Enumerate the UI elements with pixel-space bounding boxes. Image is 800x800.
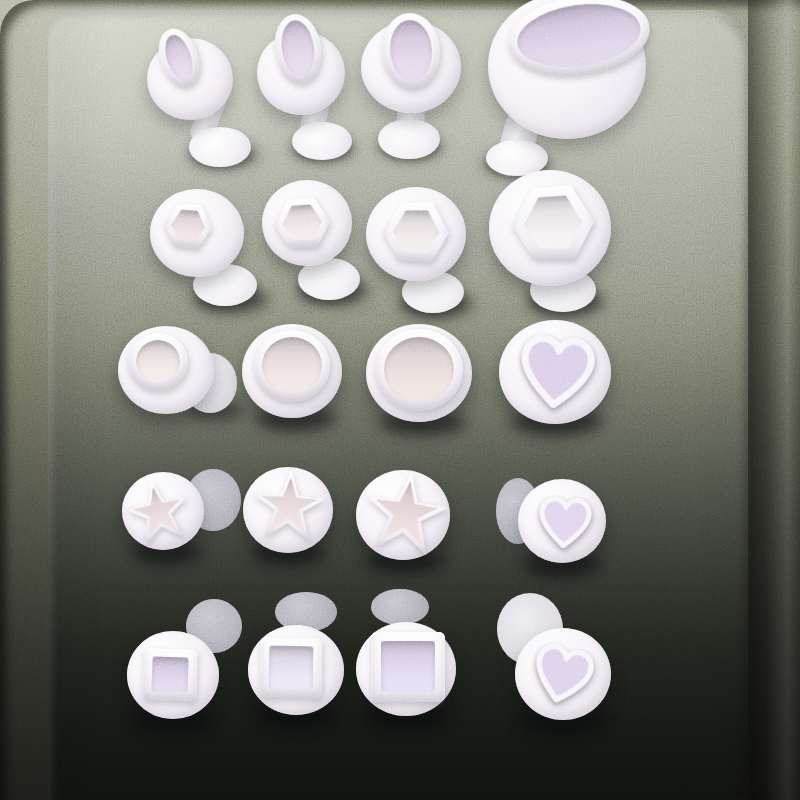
tube-cavity: [136, 340, 180, 383]
plunger-flange: [118, 326, 214, 414]
hexagon-tube: [162, 202, 214, 250]
plunger-foot: [402, 271, 464, 313]
cutter-set: [0, 0, 800, 800]
cast-shadow: [527, 288, 605, 316]
tube-rim: [259, 637, 322, 698]
plunger-flange: [518, 479, 606, 563]
hexagon-tube: [273, 197, 332, 250]
cutter-square-large: [0, 0, 800, 800]
plunger-flange: [366, 187, 466, 281]
plunger-flange: [243, 467, 333, 553]
photo-of-plunger-cutters: [0, 0, 800, 800]
star-tube: [359, 467, 453, 558]
cast-shadow: [132, 542, 202, 564]
tube-cavity: [384, 337, 454, 402]
plunger-stem: [187, 87, 229, 148]
square-tube: [142, 648, 198, 702]
tube-cavity: [260, 476, 318, 532]
tube-rim: [162, 202, 214, 250]
oval-tube: [152, 24, 207, 93]
tube-cavity: [523, 195, 582, 250]
plunger-flange: [248, 625, 344, 715]
tube-rim: [250, 468, 329, 543]
cast-shadow: [523, 553, 601, 577]
tube-cavity: [371, 477, 441, 545]
cast-shadow: [378, 135, 444, 159]
tube-cavity: [513, 0, 644, 74]
tube-cavity: [160, 31, 197, 83]
cutter-star-small: [0, 0, 800, 800]
plunger-foot: [298, 258, 360, 300]
tube-rim: [511, 185, 596, 262]
tube-rim: [382, 201, 450, 263]
hexagon-tube: [382, 201, 450, 263]
plunger-back-disc: [275, 592, 337, 632]
oval-tube: [379, 11, 442, 91]
plunger-flange: [122, 472, 204, 550]
plunger-foot: [530, 268, 596, 312]
cutter-hexagon-large: [0, 0, 800, 800]
cast-shadow: [521, 710, 605, 734]
plunger-flange: [488, 0, 646, 139]
cutter-square-medium: [0, 0, 800, 800]
plunger-flange: [150, 189, 244, 277]
tube-rim: [142, 648, 198, 702]
plunger-foot: [193, 264, 257, 306]
plunger-flange: [361, 21, 461, 113]
cutter-hexagon-medium: [0, 0, 800, 800]
tube-rim: [270, 11, 325, 87]
tube-cavity: [170, 209, 206, 243]
cast-shadow: [255, 704, 337, 728]
cast-shadow: [188, 400, 244, 420]
plunger-flange: [262, 180, 352, 266]
plunger-back-disc: [183, 353, 237, 413]
plunger-flange: [366, 324, 472, 422]
tube-cavity: [281, 204, 322, 242]
hexagon-tube: [511, 185, 596, 262]
heart-shape: [534, 492, 596, 550]
circle-tube: [375, 329, 463, 411]
cast-shadow: [188, 142, 260, 168]
tube-rim: [359, 467, 453, 558]
circle-tube: [128, 333, 188, 391]
plunger-flange: [356, 470, 450, 560]
cutter-oval-large: [0, 0, 800, 800]
plunger-flange: [499, 320, 611, 424]
tube-rim: [379, 11, 442, 91]
tube-rim: [120, 474, 195, 548]
cast-shadow: [133, 709, 213, 733]
tube-rim: [273, 197, 332, 250]
tube-cavity: [388, 18, 434, 82]
tube-cavity: [269, 645, 314, 689]
cast-shadow: [364, 549, 446, 573]
tube-rim: [371, 632, 445, 702]
cutter-hexagon-xlarge: [0, 0, 800, 800]
tube-cavity: [381, 641, 435, 692]
plunger-back-disc: [496, 478, 540, 544]
tube-cavity: [151, 656, 188, 692]
cutter-heart-large: [0, 0, 800, 800]
cast-shadow: [363, 705, 449, 729]
cutter-oval-xlarge: [0, 0, 800, 800]
plunger-flange: [147, 38, 233, 120]
oval-tube: [503, 0, 654, 85]
plunger-foot: [486, 140, 548, 176]
plunger-back-disc: [186, 599, 242, 653]
star-tube: [250, 468, 329, 543]
cutter-hexagon-small: [0, 0, 800, 800]
cutter-circle-small: [0, 0, 800, 800]
plunger-stem: [298, 81, 332, 140]
plunger-foot: [378, 119, 440, 159]
tube-cavity: [278, 18, 318, 79]
circle-tube: [254, 330, 330, 402]
tube-rim: [503, 0, 654, 85]
plunger-stem: [496, 109, 542, 166]
plunger-back-disc: [185, 469, 241, 531]
cutter-square-small: [0, 0, 800, 800]
cast-shadow: [482, 152, 552, 176]
cutter-heart-medium: [0, 0, 800, 800]
plunger-back-disc: [371, 589, 429, 625]
plunger-back-disc: [497, 593, 563, 665]
tube-cavity: [130, 483, 186, 539]
plunger-stem: [396, 80, 426, 139]
cast-shadow: [511, 409, 603, 435]
tube-rim: [152, 24, 207, 93]
heart-recess: [512, 328, 601, 412]
cast-shadow: [379, 411, 467, 435]
plunger-flange: [127, 631, 219, 719]
plunger-flange: [489, 170, 611, 286]
oval-tube: [270, 11, 325, 87]
square-tube: [259, 637, 322, 698]
plunger-flange: [356, 622, 456, 716]
cutter-oval-medium: [0, 0, 800, 800]
cutter-star-medium: [0, 0, 800, 800]
cast-shadow: [297, 277, 369, 305]
tube-cavity: [392, 209, 440, 253]
plunger-flange: [242, 324, 342, 418]
heart-recess: [525, 636, 602, 710]
square-tube: [371, 632, 445, 702]
cutter-circle-large: [0, 0, 800, 800]
cast-shadow: [255, 407, 337, 431]
cast-shadow: [193, 285, 269, 313]
heart-shape: [525, 636, 602, 710]
heart-recess: [534, 492, 596, 550]
cutter-heart-small: [0, 0, 800, 800]
cast-shadow: [399, 290, 473, 318]
cutter-star-large: [0, 0, 800, 800]
star-tube: [120, 474, 195, 548]
cast-shadow: [250, 543, 326, 565]
plunger-foot: [292, 122, 352, 160]
heart-shape: [512, 328, 601, 412]
tube-cavity: [262, 337, 322, 394]
plunger-flange: [515, 628, 611, 720]
tube-rim: [254, 330, 330, 402]
cast-shadow: [290, 137, 356, 161]
cutter-circle-medium: [0, 0, 800, 800]
tube-rim: [128, 333, 188, 391]
plunger-foot: [189, 127, 251, 167]
cutter-oval-small: [0, 0, 800, 800]
plunger-flange: [257, 31, 345, 115]
tube-rim: [375, 329, 463, 411]
